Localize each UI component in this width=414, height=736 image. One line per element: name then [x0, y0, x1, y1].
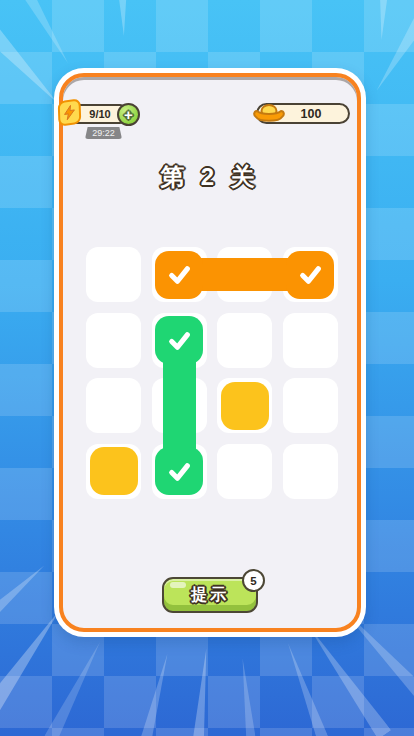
- energy-value: 9/10: [80, 108, 120, 120]
- grid-cell[interactable]: [283, 444, 338, 499]
- check-icon: [166, 458, 193, 485]
- grid-cell[interactable]: [217, 313, 272, 368]
- coin-counter: 100: [256, 103, 350, 124]
- lightning-icon: [58, 98, 82, 126]
- green-tile[interactable]: [155, 316, 203, 364]
- green-tile[interactable]: [155, 447, 203, 495]
- coin-value: 100: [282, 107, 340, 121]
- orange-tile[interactable]: [155, 251, 203, 299]
- level-title: 第 2 关: [63, 161, 357, 193]
- game-screen: 9/10 + 29:22 100 第 2 关: [0, 0, 414, 736]
- yellow-tile[interactable]: [221, 382, 269, 430]
- check-icon: [297, 261, 324, 288]
- grid-cell[interactable]: [283, 378, 338, 433]
- grid-cell[interactable]: [86, 313, 141, 368]
- card-panel: 9/10 + 29:22 100 第 2 关: [59, 73, 361, 632]
- grid-cell[interactable]: [86, 378, 141, 433]
- grid-cell[interactable]: [217, 247, 272, 302]
- yellow-tile[interactable]: [90, 447, 138, 495]
- plus-icon: +: [124, 107, 133, 122]
- check-icon: [166, 261, 193, 288]
- grid-cell[interactable]: [86, 247, 141, 302]
- energy-timer: 29:22: [85, 127, 122, 139]
- energy-meter: 9/10 + 29:22: [64, 104, 130, 124]
- game-card: 9/10 + 29:22 100 第 2 关: [54, 68, 366, 637]
- gold-ingot-icon: [252, 100, 286, 128]
- hint-label: 提示: [191, 585, 229, 606]
- grid-cell[interactable]: [283, 313, 338, 368]
- check-icon: [166, 327, 193, 354]
- add-energy-button[interactable]: +: [117, 103, 140, 126]
- grid-cell[interactable]: [152, 378, 207, 433]
- hint-count-badge: 5: [242, 569, 265, 592]
- hint-button[interactable]: 提示 5: [162, 577, 258, 613]
- orange-tile[interactable]: [286, 251, 334, 299]
- grid-cell[interactable]: [217, 444, 272, 499]
